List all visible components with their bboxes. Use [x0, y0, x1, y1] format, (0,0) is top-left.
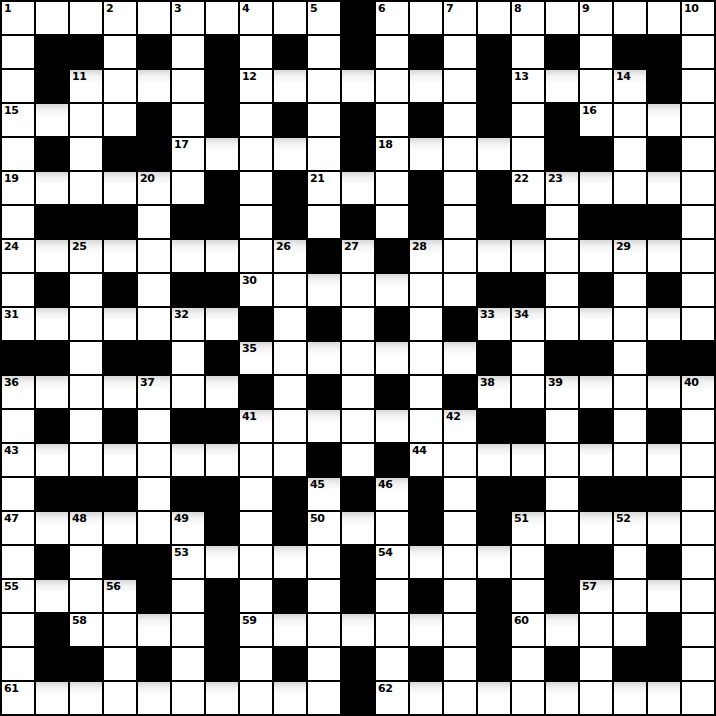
cell-r12-c11[interactable] — [376, 410, 408, 442]
cell-r8-c11[interactable] — [376, 274, 408, 306]
cell-r16-c2[interactable] — [70, 546, 102, 578]
cell-r18-c5[interactable] — [172, 614, 204, 646]
cell-r5-c15[interactable]: 22 — [512, 172, 544, 204]
cell-r7-c2[interactable]: 25 — [70, 240, 102, 272]
cell-r5-c2[interactable] — [70, 172, 102, 204]
cell-r17-c2[interactable] — [70, 580, 102, 612]
cell-r0-c18[interactable] — [614, 2, 646, 34]
cell-r18-c8[interactable] — [274, 614, 306, 646]
cell-r20-c5[interactable] — [172, 682, 204, 714]
cell-r2-c13[interactable] — [444, 70, 476, 102]
cell-r10-c13[interactable] — [444, 342, 476, 374]
cell-r13-c14[interactable] — [478, 444, 510, 476]
cell-r3-c13[interactable] — [444, 104, 476, 136]
cell-r6-c13[interactable] — [444, 206, 476, 238]
cell-r19-c20[interactable] — [682, 648, 714, 680]
cell-r9-c5[interactable]: 32 — [172, 308, 204, 340]
cell-r7-c5[interactable] — [172, 240, 204, 272]
cell-r8-c2[interactable] — [70, 274, 102, 306]
cell-r11-c17[interactable] — [580, 376, 612, 408]
cell-r4-c14[interactable] — [478, 138, 510, 170]
cell-r13-c2[interactable] — [70, 444, 102, 476]
cell-r6-c9[interactable] — [308, 206, 340, 238]
cell-r14-c13[interactable] — [444, 478, 476, 510]
cell-r9-c18[interactable] — [614, 308, 646, 340]
cell-r5-c17[interactable] — [580, 172, 612, 204]
cell-r3-c3[interactable] — [104, 104, 136, 136]
cell-r1-c20[interactable] — [682, 36, 714, 68]
cell-r20-c18[interactable] — [614, 682, 646, 714]
cell-r6-c4[interactable] — [138, 206, 170, 238]
cell-r8-c20[interactable] — [682, 274, 714, 306]
cell-r16-c5[interactable]: 53 — [172, 546, 204, 578]
cell-r19-c9[interactable] — [308, 648, 340, 680]
cell-r18-c20[interactable] — [682, 614, 714, 646]
cell-r8-c8[interactable] — [274, 274, 306, 306]
cell-r4-c5[interactable]: 17 — [172, 138, 204, 170]
cell-r9-c2[interactable] — [70, 308, 102, 340]
cell-r7-c20[interactable] — [682, 240, 714, 272]
cell-r1-c15[interactable] — [512, 36, 544, 68]
cell-r18-c7[interactable]: 59 — [240, 614, 272, 646]
cell-r16-c6[interactable] — [206, 546, 238, 578]
cell-r11-c16[interactable]: 39 — [546, 376, 578, 408]
cell-r9-c10[interactable] — [342, 308, 374, 340]
cell-r20-c12[interactable] — [410, 682, 442, 714]
cell-r17-c7[interactable] — [240, 580, 272, 612]
cell-r18-c10[interactable] — [342, 614, 374, 646]
cell-r0-c9[interactable]: 5 — [308, 2, 340, 34]
cell-r19-c0[interactable] — [2, 648, 34, 680]
cell-r13-c16[interactable] — [546, 444, 578, 476]
cell-r15-c1[interactable] — [36, 512, 68, 544]
cell-r7-c3[interactable] — [104, 240, 136, 272]
cell-r11-c8[interactable] — [274, 376, 306, 408]
cell-r0-c17[interactable]: 9 — [580, 2, 612, 34]
cell-r11-c1[interactable] — [36, 376, 68, 408]
cell-r16-c13[interactable] — [444, 546, 476, 578]
cell-r9-c12[interactable] — [410, 308, 442, 340]
cell-r9-c15[interactable]: 34 — [512, 308, 544, 340]
cell-r4-c6[interactable] — [206, 138, 238, 170]
cell-r12-c2[interactable] — [70, 410, 102, 442]
cell-r18-c12[interactable] — [410, 614, 442, 646]
cell-r5-c16[interactable]: 23 — [546, 172, 578, 204]
cell-r11-c4[interactable]: 37 — [138, 376, 170, 408]
cell-r4-c0[interactable] — [2, 138, 34, 170]
cell-r12-c10[interactable] — [342, 410, 374, 442]
cell-r2-c15[interactable]: 13 — [512, 70, 544, 102]
cell-r5-c4[interactable]: 20 — [138, 172, 170, 204]
cell-r16-c20[interactable] — [682, 546, 714, 578]
cell-r2-c18[interactable]: 14 — [614, 70, 646, 102]
cell-r7-c19[interactable] — [648, 240, 680, 272]
cell-r2-c8[interactable] — [274, 70, 306, 102]
cell-r3-c5[interactable] — [172, 104, 204, 136]
cell-r20-c6[interactable] — [206, 682, 238, 714]
cell-r18-c4[interactable] — [138, 614, 170, 646]
cell-r20-c3[interactable] — [104, 682, 136, 714]
cell-r1-c3[interactable] — [104, 36, 136, 68]
cell-r3-c0[interactable]: 15 — [2, 104, 34, 136]
cell-r14-c9[interactable]: 45 — [308, 478, 340, 510]
cell-r2-c2[interactable]: 11 — [70, 70, 102, 102]
cell-r9-c17[interactable] — [580, 308, 612, 340]
cell-r15-c0[interactable]: 47 — [2, 512, 34, 544]
cell-r7-c14[interactable] — [478, 240, 510, 272]
cell-r5-c10[interactable] — [342, 172, 374, 204]
cell-r14-c0[interactable] — [2, 478, 34, 510]
cell-r0-c20[interactable]: 10 — [682, 2, 714, 34]
cell-r15-c4[interactable] — [138, 512, 170, 544]
cell-r12-c9[interactable] — [308, 410, 340, 442]
cell-r16-c0[interactable] — [2, 546, 34, 578]
cell-r10-c5[interactable] — [172, 342, 204, 374]
cell-r0-c13[interactable]: 7 — [444, 2, 476, 34]
cell-r15-c16[interactable] — [546, 512, 578, 544]
cell-r19-c13[interactable] — [444, 648, 476, 680]
cell-r12-c16[interactable] — [546, 410, 578, 442]
cell-r5-c11[interactable] — [376, 172, 408, 204]
cell-r13-c19[interactable] — [648, 444, 680, 476]
cell-r7-c7[interactable] — [240, 240, 272, 272]
cell-r20-c9[interactable] — [308, 682, 340, 714]
cell-r19-c17[interactable] — [580, 648, 612, 680]
cell-r4-c13[interactable] — [444, 138, 476, 170]
cell-r13-c0[interactable]: 43 — [2, 444, 34, 476]
cell-r20-c20[interactable] — [682, 682, 714, 714]
cell-r9-c19[interactable] — [648, 308, 680, 340]
cell-r17-c20[interactable] — [682, 580, 714, 612]
cell-r4-c18[interactable] — [614, 138, 646, 170]
cell-r17-c11[interactable] — [376, 580, 408, 612]
cell-r13-c15[interactable] — [512, 444, 544, 476]
cell-r2-c0[interactable] — [2, 70, 34, 102]
cell-r6-c0[interactable] — [2, 206, 34, 238]
cell-r15-c15[interactable]: 51 — [512, 512, 544, 544]
cell-r18-c3[interactable] — [104, 614, 136, 646]
cell-r11-c18[interactable] — [614, 376, 646, 408]
cell-r14-c4[interactable] — [138, 478, 170, 510]
cell-r3-c19[interactable] — [648, 104, 680, 136]
cell-r18-c2[interactable]: 58 — [70, 614, 102, 646]
cell-r10-c2[interactable] — [70, 342, 102, 374]
cell-r9-c3[interactable] — [104, 308, 136, 340]
cell-r15-c18[interactable]: 52 — [614, 512, 646, 544]
cell-r3-c1[interactable] — [36, 104, 68, 136]
cell-r13-c13[interactable] — [444, 444, 476, 476]
cell-r7-c18[interactable]: 29 — [614, 240, 646, 272]
cell-r7-c13[interactable] — [444, 240, 476, 272]
cell-r15-c20[interactable] — [682, 512, 714, 544]
cell-r2-c4[interactable] — [138, 70, 170, 102]
cell-r4-c9[interactable] — [308, 138, 340, 170]
cell-r3-c2[interactable] — [70, 104, 102, 136]
cell-r18-c11[interactable] — [376, 614, 408, 646]
cell-r15-c17[interactable] — [580, 512, 612, 544]
cell-r7-c10[interactable]: 27 — [342, 240, 374, 272]
cell-r0-c0[interactable]: 1 — [2, 2, 34, 34]
cell-r0-c19[interactable] — [648, 2, 680, 34]
cell-r0-c15[interactable]: 8 — [512, 2, 544, 34]
cell-r11-c19[interactable] — [648, 376, 680, 408]
cell-r3-c18[interactable] — [614, 104, 646, 136]
cell-r5-c19[interactable] — [648, 172, 680, 204]
cell-r4-c2[interactable] — [70, 138, 102, 170]
cell-r1-c7[interactable] — [240, 36, 272, 68]
cell-r18-c9[interactable] — [308, 614, 340, 646]
cell-r19-c11[interactable] — [376, 648, 408, 680]
cell-r2-c17[interactable] — [580, 70, 612, 102]
cell-r5-c1[interactable] — [36, 172, 68, 204]
cell-r20-c1[interactable] — [36, 682, 68, 714]
cell-r16-c11[interactable]: 54 — [376, 546, 408, 578]
cell-r18-c16[interactable] — [546, 614, 578, 646]
cell-r11-c10[interactable] — [342, 376, 374, 408]
cell-r20-c17[interactable] — [580, 682, 612, 714]
cell-r3-c17[interactable]: 16 — [580, 104, 612, 136]
cell-r19-c7[interactable] — [240, 648, 272, 680]
cell-r15-c11[interactable] — [376, 512, 408, 544]
cell-r12-c18[interactable] — [614, 410, 646, 442]
cell-r0-c14[interactable] — [478, 2, 510, 34]
cell-r1-c11[interactable] — [376, 36, 408, 68]
cell-r5-c9[interactable]: 21 — [308, 172, 340, 204]
cell-r7-c12[interactable]: 28 — [410, 240, 442, 272]
cell-r2-c7[interactable]: 12 — [240, 70, 272, 102]
cell-r15-c5[interactable]: 49 — [172, 512, 204, 544]
cell-r0-c8[interactable] — [274, 2, 306, 34]
cell-r2-c5[interactable] — [172, 70, 204, 102]
cell-r0-c2[interactable] — [70, 2, 102, 34]
cell-r13-c12[interactable]: 44 — [410, 444, 442, 476]
cell-r18-c17[interactable] — [580, 614, 612, 646]
cell-r8-c13[interactable] — [444, 274, 476, 306]
cell-r5-c20[interactable] — [682, 172, 714, 204]
cell-r10-c10[interactable] — [342, 342, 374, 374]
cell-r11-c3[interactable] — [104, 376, 136, 408]
cell-r17-c9[interactable] — [308, 580, 340, 612]
cell-r15-c3[interactable] — [104, 512, 136, 544]
cell-r3-c20[interactable] — [682, 104, 714, 136]
cell-r9-c6[interactable] — [206, 308, 238, 340]
cell-r4-c7[interactable] — [240, 138, 272, 170]
cell-r16-c7[interactable] — [240, 546, 272, 578]
cell-r2-c12[interactable] — [410, 70, 442, 102]
cell-r7-c4[interactable] — [138, 240, 170, 272]
cell-r0-c3[interactable]: 2 — [104, 2, 136, 34]
cell-r15-c9[interactable]: 50 — [308, 512, 340, 544]
cell-r20-c0[interactable]: 61 — [2, 682, 34, 714]
cell-r10-c15[interactable] — [512, 342, 544, 374]
cell-r10-c7[interactable]: 35 — [240, 342, 272, 374]
cell-r3-c15[interactable] — [512, 104, 544, 136]
cell-r13-c7[interactable] — [240, 444, 272, 476]
cell-r13-c20[interactable] — [682, 444, 714, 476]
cell-r0-c12[interactable] — [410, 2, 442, 34]
cell-r18-c13[interactable] — [444, 614, 476, 646]
cell-r5-c18[interactable] — [614, 172, 646, 204]
cell-r2-c10[interactable] — [342, 70, 374, 102]
cell-r10-c18[interactable] — [614, 342, 646, 374]
cell-r0-c11[interactable]: 6 — [376, 2, 408, 34]
cell-r14-c16[interactable] — [546, 478, 578, 510]
cell-r7-c0[interactable]: 24 — [2, 240, 34, 272]
cell-r11-c0[interactable]: 36 — [2, 376, 34, 408]
cell-r11-c12[interactable] — [410, 376, 442, 408]
cell-r0-c1[interactable] — [36, 2, 68, 34]
cell-r7-c6[interactable] — [206, 240, 238, 272]
cell-r18-c0[interactable] — [2, 614, 34, 646]
cell-r2-c11[interactable] — [376, 70, 408, 102]
cell-r20-c4[interactable] — [138, 682, 170, 714]
cell-r5-c3[interactable] — [104, 172, 136, 204]
cell-r6-c7[interactable] — [240, 206, 272, 238]
cell-r6-c16[interactable] — [546, 206, 578, 238]
cell-r9-c1[interactable] — [36, 308, 68, 340]
cell-r18-c18[interactable] — [614, 614, 646, 646]
cell-r17-c5[interactable] — [172, 580, 204, 612]
cell-r3-c11[interactable] — [376, 104, 408, 136]
cell-r13-c3[interactable] — [104, 444, 136, 476]
cell-r7-c17[interactable] — [580, 240, 612, 272]
cell-r7-c15[interactable] — [512, 240, 544, 272]
cell-r12-c0[interactable] — [2, 410, 34, 442]
cell-r19-c5[interactable] — [172, 648, 204, 680]
cell-r17-c3[interactable]: 56 — [104, 580, 136, 612]
cell-r10-c12[interactable] — [410, 342, 442, 374]
cell-r0-c6[interactable] — [206, 2, 238, 34]
cell-r13-c5[interactable] — [172, 444, 204, 476]
cell-r11-c5[interactable] — [172, 376, 204, 408]
cell-r8-c12[interactable] — [410, 274, 442, 306]
cell-r1-c5[interactable] — [172, 36, 204, 68]
cell-r8-c9[interactable] — [308, 274, 340, 306]
cell-r16-c15[interactable] — [512, 546, 544, 578]
cell-r17-c19[interactable] — [648, 580, 680, 612]
cell-r1-c0[interactable] — [2, 36, 34, 68]
cell-r10-c11[interactable] — [376, 342, 408, 374]
cell-r16-c9[interactable] — [308, 546, 340, 578]
cell-r11-c20[interactable]: 40 — [682, 376, 714, 408]
cell-r13-c4[interactable] — [138, 444, 170, 476]
cell-r20-c14[interactable] — [478, 682, 510, 714]
cell-r4-c11[interactable]: 18 — [376, 138, 408, 170]
cell-r5-c13[interactable] — [444, 172, 476, 204]
cell-r9-c14[interactable]: 33 — [478, 308, 510, 340]
cell-r2-c16[interactable] — [546, 70, 578, 102]
cell-r9-c4[interactable] — [138, 308, 170, 340]
cell-r14-c7[interactable] — [240, 478, 272, 510]
cell-r13-c18[interactable] — [614, 444, 646, 476]
cell-r8-c18[interactable] — [614, 274, 646, 306]
cell-r17-c0[interactable]: 55 — [2, 580, 34, 612]
cell-r1-c17[interactable] — [580, 36, 612, 68]
cell-r2-c9[interactable] — [308, 70, 340, 102]
cell-r20-c19[interactable] — [648, 682, 680, 714]
cell-r1-c13[interactable] — [444, 36, 476, 68]
cell-r10-c8[interactable] — [274, 342, 306, 374]
cell-r13-c8[interactable] — [274, 444, 306, 476]
cell-r6-c20[interactable] — [682, 206, 714, 238]
cell-r11-c6[interactable] — [206, 376, 238, 408]
cell-r12-c8[interactable] — [274, 410, 306, 442]
cell-r17-c17[interactable]: 57 — [580, 580, 612, 612]
cell-r2-c20[interactable] — [682, 70, 714, 102]
cell-r8-c7[interactable]: 30 — [240, 274, 272, 306]
cell-r5-c0[interactable]: 19 — [2, 172, 34, 204]
cell-r12-c7[interactable]: 41 — [240, 410, 272, 442]
cell-r12-c12[interactable] — [410, 410, 442, 442]
cell-r8-c16[interactable] — [546, 274, 578, 306]
cell-r0-c4[interactable] — [138, 2, 170, 34]
cell-r19-c15[interactable] — [512, 648, 544, 680]
cell-r3-c7[interactable] — [240, 104, 272, 136]
cell-r18-c15[interactable]: 60 — [512, 614, 544, 646]
cell-r6-c11[interactable] — [376, 206, 408, 238]
cell-r7-c16[interactable] — [546, 240, 578, 272]
cell-r4-c20[interactable] — [682, 138, 714, 170]
cell-r20-c2[interactable] — [70, 682, 102, 714]
cell-r14-c11[interactable]: 46 — [376, 478, 408, 510]
cell-r12-c20[interactable] — [682, 410, 714, 442]
cell-r15-c19[interactable] — [648, 512, 680, 544]
cell-r16-c14[interactable] — [478, 546, 510, 578]
cell-r17-c15[interactable] — [512, 580, 544, 612]
cell-r17-c1[interactable] — [36, 580, 68, 612]
cell-r12-c4[interactable] — [138, 410, 170, 442]
cell-r11-c14[interactable]: 38 — [478, 376, 510, 408]
cell-r7-c8[interactable]: 26 — [274, 240, 306, 272]
cell-r13-c17[interactable] — [580, 444, 612, 476]
cell-r20-c16[interactable] — [546, 682, 578, 714]
cell-r20-c7[interactable] — [240, 682, 272, 714]
cell-r0-c5[interactable]: 3 — [172, 2, 204, 34]
cell-r13-c6[interactable] — [206, 444, 238, 476]
cell-r0-c16[interactable] — [546, 2, 578, 34]
cell-r11-c15[interactable] — [512, 376, 544, 408]
cell-r12-c13[interactable]: 42 — [444, 410, 476, 442]
cell-r9-c20[interactable] — [682, 308, 714, 340]
cell-r0-c7[interactable]: 4 — [240, 2, 272, 34]
cell-r9-c0[interactable]: 31 — [2, 308, 34, 340]
cell-r5-c5[interactable] — [172, 172, 204, 204]
cell-r1-c9[interactable] — [308, 36, 340, 68]
cell-r2-c3[interactable] — [104, 70, 136, 102]
cell-r4-c12[interactable] — [410, 138, 442, 170]
cell-r5-c7[interactable] — [240, 172, 272, 204]
cell-r16-c18[interactable] — [614, 546, 646, 578]
cell-r16-c12[interactable] — [410, 546, 442, 578]
cell-r15-c10[interactable] — [342, 512, 374, 544]
cell-r15-c7[interactable] — [240, 512, 272, 544]
cell-r7-c1[interactable] — [36, 240, 68, 272]
cell-r13-c1[interactable] — [36, 444, 68, 476]
cell-r20-c15[interactable] — [512, 682, 544, 714]
cell-r4-c15[interactable] — [512, 138, 544, 170]
cell-r13-c10[interactable] — [342, 444, 374, 476]
cell-r14-c20[interactable] — [682, 478, 714, 510]
cell-r20-c13[interactable] — [444, 682, 476, 714]
cell-r10-c9[interactable] — [308, 342, 340, 374]
cell-r11-c2[interactable] — [70, 376, 102, 408]
cell-r4-c8[interactable] — [274, 138, 306, 170]
cell-r8-c10[interactable] — [342, 274, 374, 306]
cell-r9-c8[interactable] — [274, 308, 306, 340]
cell-r3-c9[interactable] — [308, 104, 340, 136]
cell-r15-c2[interactable]: 48 — [70, 512, 102, 544]
cell-r8-c0[interactable] — [2, 274, 34, 306]
